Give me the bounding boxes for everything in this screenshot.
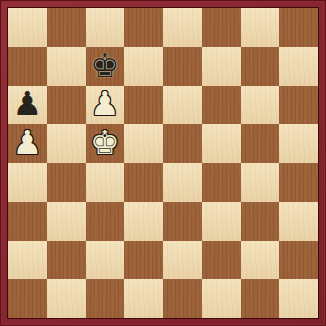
square-h3[interactable] bbox=[279, 202, 318, 241]
square-g1[interactable] bbox=[241, 279, 280, 318]
square-d4[interactable] bbox=[124, 163, 163, 202]
square-c1[interactable] bbox=[86, 279, 125, 318]
square-g7[interactable] bbox=[241, 47, 280, 86]
piece-white-pawn-a5[interactable]: ♟ bbox=[13, 126, 43, 159]
square-a3[interactable] bbox=[8, 202, 47, 241]
square-e7[interactable] bbox=[163, 47, 202, 86]
square-h1[interactable] bbox=[279, 279, 318, 318]
square-d5[interactable] bbox=[124, 124, 163, 163]
square-e5[interactable] bbox=[163, 124, 202, 163]
square-d7[interactable] bbox=[124, 47, 163, 86]
square-d8[interactable] bbox=[124, 8, 163, 47]
square-g4[interactable] bbox=[241, 163, 280, 202]
square-e1[interactable] bbox=[163, 279, 202, 318]
square-b5[interactable] bbox=[47, 124, 86, 163]
piece-black-pawn-a6[interactable]: ♟ bbox=[13, 87, 43, 120]
square-e6[interactable] bbox=[163, 86, 202, 125]
square-g6[interactable] bbox=[241, 86, 280, 125]
square-b7[interactable] bbox=[47, 47, 86, 86]
chess-board: ♚♟♟♟♚ bbox=[8, 8, 318, 318]
square-c3[interactable] bbox=[86, 202, 125, 241]
square-c5[interactable]: ♚ bbox=[86, 124, 125, 163]
square-c2[interactable] bbox=[86, 241, 125, 280]
square-g2[interactable] bbox=[241, 241, 280, 280]
square-c8[interactable] bbox=[86, 8, 125, 47]
square-c4[interactable] bbox=[86, 163, 125, 202]
square-g5[interactable] bbox=[241, 124, 280, 163]
square-h8[interactable] bbox=[279, 8, 318, 47]
square-f2[interactable] bbox=[202, 241, 241, 280]
square-f1[interactable] bbox=[202, 279, 241, 318]
piece-white-pawn-c6[interactable]: ♟ bbox=[90, 87, 120, 120]
square-a8[interactable] bbox=[8, 8, 47, 47]
square-c7[interactable]: ♚ bbox=[86, 47, 125, 86]
square-b1[interactable] bbox=[47, 279, 86, 318]
square-a6[interactable]: ♟ bbox=[8, 86, 47, 125]
square-f8[interactable] bbox=[202, 8, 241, 47]
square-f4[interactable] bbox=[202, 163, 241, 202]
square-g3[interactable] bbox=[241, 202, 280, 241]
square-c6[interactable]: ♟ bbox=[86, 86, 125, 125]
square-a7[interactable] bbox=[8, 47, 47, 86]
square-h6[interactable] bbox=[279, 86, 318, 125]
square-g8[interactable] bbox=[241, 8, 280, 47]
square-d2[interactable] bbox=[124, 241, 163, 280]
square-d3[interactable] bbox=[124, 202, 163, 241]
square-f7[interactable] bbox=[202, 47, 241, 86]
square-e2[interactable] bbox=[163, 241, 202, 280]
piece-white-king-c5[interactable]: ♚ bbox=[90, 126, 120, 159]
square-a5[interactable]: ♟ bbox=[8, 124, 47, 163]
square-b3[interactable] bbox=[47, 202, 86, 241]
square-f6[interactable] bbox=[202, 86, 241, 125]
square-h5[interactable] bbox=[279, 124, 318, 163]
square-h7[interactable] bbox=[279, 47, 318, 86]
square-a1[interactable] bbox=[8, 279, 47, 318]
square-f5[interactable] bbox=[202, 124, 241, 163]
square-h4[interactable] bbox=[279, 163, 318, 202]
piece-black-king-c7[interactable]: ♚ bbox=[90, 49, 120, 82]
square-d1[interactable] bbox=[124, 279, 163, 318]
board-frame: ♚♟♟♟♚ bbox=[0, 0, 326, 326]
square-d6[interactable] bbox=[124, 86, 163, 125]
square-a4[interactable] bbox=[8, 163, 47, 202]
square-h2[interactable] bbox=[279, 241, 318, 280]
square-b2[interactable] bbox=[47, 241, 86, 280]
square-f3[interactable] bbox=[202, 202, 241, 241]
square-e8[interactable] bbox=[163, 8, 202, 47]
square-b8[interactable] bbox=[47, 8, 86, 47]
square-b4[interactable] bbox=[47, 163, 86, 202]
square-e3[interactable] bbox=[163, 202, 202, 241]
square-b6[interactable] bbox=[47, 86, 86, 125]
square-e4[interactable] bbox=[163, 163, 202, 202]
square-a2[interactable] bbox=[8, 241, 47, 280]
